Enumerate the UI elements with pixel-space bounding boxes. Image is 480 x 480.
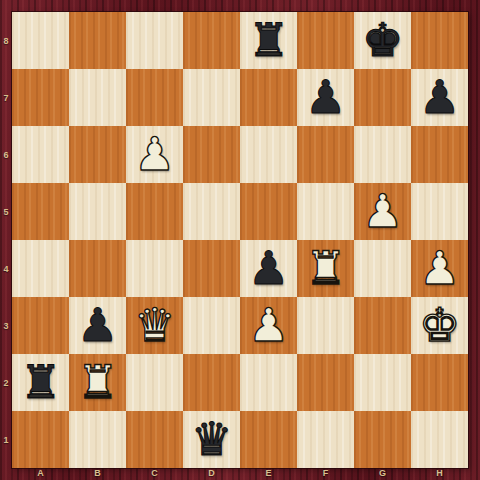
square-e3[interactable]: ♟ bbox=[240, 297, 297, 354]
square-d5[interactable] bbox=[183, 183, 240, 240]
piece-white-queen[interactable]: ♛ bbox=[134, 297, 175, 354]
rank-label-7: 7 bbox=[0, 69, 12, 126]
piece-white-pawn[interactable]: ♟ bbox=[419, 240, 460, 297]
piece-black-queen[interactable]: ♛ bbox=[191, 411, 232, 468]
piece-black-pawn[interactable]: ♟ bbox=[77, 297, 118, 354]
square-b5[interactable] bbox=[69, 183, 126, 240]
square-e5[interactable] bbox=[240, 183, 297, 240]
square-d4[interactable] bbox=[183, 240, 240, 297]
file-labels: ABCDEFGH bbox=[12, 466, 468, 480]
square-h5[interactable] bbox=[411, 183, 468, 240]
square-h7[interactable]: ♟ bbox=[411, 69, 468, 126]
piece-black-pawn[interactable]: ♟ bbox=[419, 69, 460, 126]
square-d7[interactable] bbox=[183, 69, 240, 126]
piece-white-pawn[interactable]: ♟ bbox=[134, 126, 175, 183]
piece-white-king[interactable]: ♚ bbox=[419, 297, 460, 354]
square-g1[interactable] bbox=[354, 411, 411, 468]
square-c5[interactable] bbox=[126, 183, 183, 240]
rank-label-6: 6 bbox=[0, 126, 12, 183]
square-h1[interactable] bbox=[411, 411, 468, 468]
square-h3[interactable]: ♚ bbox=[411, 297, 468, 354]
square-g2[interactable] bbox=[354, 354, 411, 411]
square-g4[interactable] bbox=[354, 240, 411, 297]
square-c4[interactable] bbox=[126, 240, 183, 297]
square-b1[interactable] bbox=[69, 411, 126, 468]
piece-white-pawn[interactable]: ♟ bbox=[248, 297, 289, 354]
piece-black-pawn[interactable]: ♟ bbox=[305, 69, 346, 126]
piece-black-king[interactable]: ♚ bbox=[362, 12, 403, 69]
square-e7[interactable] bbox=[240, 69, 297, 126]
square-b3[interactable]: ♟ bbox=[69, 297, 126, 354]
piece-white-rook[interactable]: ♜ bbox=[77, 354, 118, 411]
square-f5[interactable] bbox=[297, 183, 354, 240]
square-f7[interactable]: ♟ bbox=[297, 69, 354, 126]
square-b6[interactable] bbox=[69, 126, 126, 183]
square-b2[interactable]: ♜ bbox=[69, 354, 126, 411]
square-d6[interactable] bbox=[183, 126, 240, 183]
square-h2[interactable] bbox=[411, 354, 468, 411]
square-d8[interactable] bbox=[183, 12, 240, 69]
board: ♜♚♟♟♟♟♟♜♟♟♛♟♚♜♜♛ bbox=[12, 12, 468, 468]
square-a3[interactable] bbox=[12, 297, 69, 354]
square-f8[interactable] bbox=[297, 12, 354, 69]
square-g8[interactable]: ♚ bbox=[354, 12, 411, 69]
file-label-f: F bbox=[297, 466, 354, 480]
file-label-c: C bbox=[126, 466, 183, 480]
file-label-b: B bbox=[69, 466, 126, 480]
square-c8[interactable] bbox=[126, 12, 183, 69]
square-g7[interactable] bbox=[354, 69, 411, 126]
square-d3[interactable] bbox=[183, 297, 240, 354]
square-b8[interactable] bbox=[69, 12, 126, 69]
rank-label-4: 4 bbox=[0, 240, 12, 297]
square-d1[interactable]: ♛ bbox=[183, 411, 240, 468]
square-e2[interactable] bbox=[240, 354, 297, 411]
rank-label-5: 5 bbox=[0, 183, 12, 240]
square-h4[interactable]: ♟ bbox=[411, 240, 468, 297]
square-g3[interactable] bbox=[354, 297, 411, 354]
file-label-d: D bbox=[183, 466, 240, 480]
file-label-a: A bbox=[12, 466, 69, 480]
file-label-e: E bbox=[240, 466, 297, 480]
file-label-h: H bbox=[411, 466, 468, 480]
chess-board-frame: ♜♚♟♟♟♟♟♜♟♟♛♟♚♜♜♛ 87654321 ABCDEFGH bbox=[0, 0, 480, 480]
piece-black-pawn[interactable]: ♟ bbox=[248, 240, 289, 297]
square-a2[interactable]: ♜ bbox=[12, 354, 69, 411]
piece-white-pawn[interactable]: ♟ bbox=[362, 183, 403, 240]
square-g5[interactable]: ♟ bbox=[354, 183, 411, 240]
square-a8[interactable] bbox=[12, 12, 69, 69]
square-f1[interactable] bbox=[297, 411, 354, 468]
square-e8[interactable]: ♜ bbox=[240, 12, 297, 69]
square-a6[interactable] bbox=[12, 126, 69, 183]
square-a5[interactable] bbox=[12, 183, 69, 240]
square-h6[interactable] bbox=[411, 126, 468, 183]
square-a1[interactable] bbox=[12, 411, 69, 468]
square-f6[interactable] bbox=[297, 126, 354, 183]
rank-label-1: 1 bbox=[0, 411, 12, 468]
square-h8[interactable] bbox=[411, 12, 468, 69]
square-c7[interactable] bbox=[126, 69, 183, 126]
square-c3[interactable]: ♛ bbox=[126, 297, 183, 354]
square-f2[interactable] bbox=[297, 354, 354, 411]
piece-white-rook[interactable]: ♜ bbox=[305, 240, 346, 297]
square-c2[interactable] bbox=[126, 354, 183, 411]
square-d2[interactable] bbox=[183, 354, 240, 411]
piece-black-rook[interactable]: ♜ bbox=[20, 354, 61, 411]
square-f4[interactable]: ♜ bbox=[297, 240, 354, 297]
square-c1[interactable] bbox=[126, 411, 183, 468]
square-b4[interactable] bbox=[69, 240, 126, 297]
square-a4[interactable] bbox=[12, 240, 69, 297]
square-g6[interactable] bbox=[354, 126, 411, 183]
piece-black-rook[interactable]: ♜ bbox=[248, 12, 289, 69]
square-e1[interactable] bbox=[240, 411, 297, 468]
square-e6[interactable] bbox=[240, 126, 297, 183]
rank-labels: 87654321 bbox=[0, 12, 12, 468]
file-label-g: G bbox=[354, 466, 411, 480]
rank-label-3: 3 bbox=[0, 297, 12, 354]
square-a7[interactable] bbox=[12, 69, 69, 126]
square-e4[interactable]: ♟ bbox=[240, 240, 297, 297]
rank-label-8: 8 bbox=[0, 12, 12, 69]
rank-label-2: 2 bbox=[0, 354, 12, 411]
square-f3[interactable] bbox=[297, 297, 354, 354]
square-c6[interactable]: ♟ bbox=[126, 126, 183, 183]
square-b7[interactable] bbox=[69, 69, 126, 126]
